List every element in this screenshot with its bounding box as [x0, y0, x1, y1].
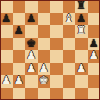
square-h4[interactable]: ♟ [88, 50, 101, 63]
square-c1[interactable] [25, 88, 38, 101]
square-d7[interactable] [38, 13, 51, 26]
square-h3[interactable] [88, 63, 101, 76]
piece-black-king: ♚ [26, 38, 36, 50]
square-g7[interactable]: ♟ [75, 13, 88, 26]
square-e2[interactable] [50, 75, 63, 88]
square-f6[interactable] [63, 25, 76, 38]
square-h7[interactable] [88, 13, 101, 26]
piece-black-rook: ♜ [76, 0, 86, 12]
square-a8[interactable] [0, 0, 13, 13]
square-d5[interactable] [38, 38, 51, 51]
square-h5[interactable]: ♟ [88, 38, 101, 51]
square-f1[interactable] [63, 88, 76, 101]
square-e1[interactable] [50, 88, 63, 101]
square-f2[interactable] [63, 75, 76, 88]
square-e4[interactable] [50, 50, 63, 63]
square-g5[interactable] [75, 38, 88, 51]
square-a7[interactable]: ♟ [0, 13, 13, 26]
square-b1[interactable] [13, 88, 26, 101]
square-a3[interactable] [0, 63, 13, 76]
square-a4[interactable] [0, 50, 13, 63]
square-b8[interactable] [13, 0, 26, 13]
piece-white-pawn: ♟ [76, 63, 86, 75]
square-b7[interactable] [13, 13, 26, 26]
square-h2[interactable] [88, 75, 101, 88]
square-d2[interactable]: ♚ [38, 75, 51, 88]
square-d4[interactable] [38, 50, 51, 63]
piece-black-pawn: ♟ [26, 13, 36, 25]
square-e8[interactable] [50, 0, 63, 13]
square-a6[interactable] [0, 25, 13, 38]
square-b5[interactable] [13, 38, 26, 51]
square-c2[interactable] [25, 75, 38, 88]
chess-board: ♜♟♟♝♟♟♜♚♟♟♟♟♟♟♟♟♚ [0, 0, 100, 100]
square-c7[interactable]: ♟ [25, 13, 38, 26]
square-e7[interactable] [50, 13, 63, 26]
square-h1[interactable] [88, 88, 101, 101]
square-d8[interactable] [38, 0, 51, 13]
square-g6[interactable]: ♜ [75, 25, 88, 38]
square-b2[interactable]: ♟ [13, 75, 26, 88]
piece-white-pawn: ♟ [89, 50, 99, 62]
square-g2[interactable] [75, 75, 88, 88]
piece-black-pawn: ♟ [76, 13, 86, 25]
square-g3[interactable]: ♟ [75, 63, 88, 76]
piece-black-pawn: ♟ [1, 13, 11, 25]
square-a5[interactable] [0, 38, 13, 51]
square-f7[interactable]: ♝ [63, 13, 76, 26]
square-b4[interactable] [13, 50, 26, 63]
square-g8[interactable]: ♜ [75, 0, 88, 13]
square-f8[interactable] [63, 0, 76, 13]
piece-black-pawn: ♟ [14, 25, 24, 37]
square-e3[interactable] [50, 63, 63, 76]
square-g4[interactable] [75, 50, 88, 63]
square-a2[interactable]: ♟ [0, 75, 13, 88]
square-c6[interactable] [25, 25, 38, 38]
piece-white-rook: ♜ [76, 25, 86, 37]
square-a1[interactable] [0, 88, 13, 101]
piece-white-pawn: ♟ [14, 75, 24, 87]
piece-white-pawn: ♟ [39, 63, 49, 75]
piece-white-pawn: ♟ [26, 50, 36, 62]
square-e6[interactable] [50, 25, 63, 38]
piece-white-king: ♚ [39, 75, 49, 87]
square-d6[interactable] [38, 25, 51, 38]
square-c8[interactable] [25, 0, 38, 13]
square-h6[interactable] [88, 25, 101, 38]
square-d3[interactable]: ♟ [38, 63, 51, 76]
square-c4[interactable]: ♟ [25, 50, 38, 63]
square-b6[interactable]: ♟ [13, 25, 26, 38]
square-g1[interactable] [75, 88, 88, 101]
square-c3[interactable]: ♟ [25, 63, 38, 76]
square-d1[interactable] [38, 88, 51, 101]
square-f5[interactable] [63, 38, 76, 51]
square-f3[interactable] [63, 63, 76, 76]
square-e5[interactable] [50, 38, 63, 51]
piece-black-pawn: ♟ [89, 38, 99, 50]
square-b3[interactable] [13, 63, 26, 76]
square-f4[interactable] [63, 50, 76, 63]
square-h8[interactable] [88, 0, 101, 13]
piece-white-bishop: ♝ [64, 13, 74, 25]
piece-white-pawn: ♟ [1, 75, 11, 87]
piece-white-pawn: ♟ [26, 63, 36, 75]
square-c5[interactable]: ♚ [25, 38, 38, 51]
